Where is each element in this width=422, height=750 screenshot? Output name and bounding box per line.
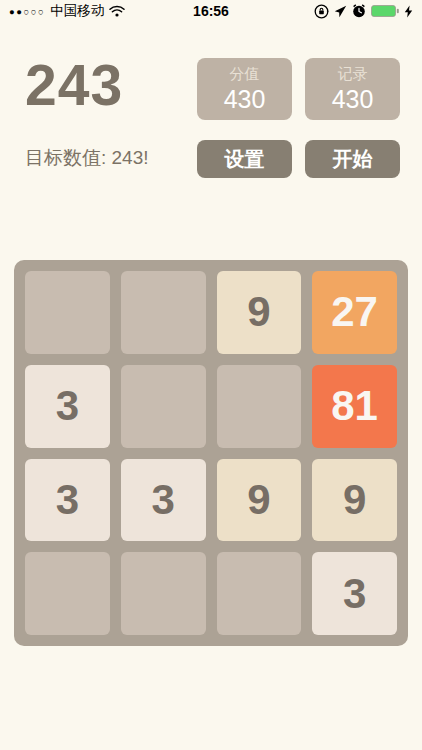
score-box-value: 430: [224, 85, 266, 114]
alarm-clock-icon: [352, 4, 366, 18]
tile-3-r2c1: 3: [25, 365, 110, 448]
best-score-box-label: 记录: [338, 65, 368, 84]
cell-empty-r1c1: [25, 271, 110, 354]
start-button[interactable]: 开始: [305, 140, 400, 178]
best-score-box: 记录 430: [305, 58, 400, 120]
tile-3-r3c2: 3: [121, 459, 206, 542]
charging-bolt-icon: [404, 5, 413, 18]
cell-empty-r4c3: [217, 552, 302, 635]
tile-3-r3c1: 3: [25, 459, 110, 542]
cell-empty-r4c1: [25, 552, 110, 635]
rotation-lock-icon: [314, 4, 329, 19]
tile-9-r3c3: 9: [217, 459, 302, 542]
status-bar: ●●○○○ 中国移动 16:56: [0, 0, 422, 22]
battery-icon: [371, 5, 399, 17]
target-value-label: 目标数值: 243!: [25, 145, 149, 178]
best-score-box-value: 430: [332, 85, 374, 114]
signal-strength-dots: ●●○○○: [9, 6, 45, 17]
score-box: 分值 430: [197, 58, 292, 120]
tile-27-r1c4: 27: [312, 271, 397, 354]
cell-empty-r4c2: [121, 552, 206, 635]
game-header: 243 目标数值: 243! 分值 430 记录 430 设置 开始: [0, 22, 422, 178]
tile-9-r1c3: 9: [217, 271, 302, 354]
wifi-icon: [109, 5, 125, 17]
carrier-label: 中国移动: [50, 2, 104, 20]
cell-empty-r1c2: [121, 271, 206, 354]
cell-empty-r2c2: [121, 365, 206, 448]
tile-81-r2c4: 81: [312, 365, 397, 448]
board[interactable]: 92738133993: [14, 260, 408, 646]
location-arrow-icon: [334, 5, 347, 18]
tile-3-r4c4: 3: [312, 552, 397, 635]
clock-time: 16:56: [193, 3, 229, 19]
cell-empty-r2c3: [217, 365, 302, 448]
score-box-label: 分值: [230, 65, 260, 84]
game-title: 243: [25, 58, 149, 112]
settings-button[interactable]: 设置: [197, 140, 292, 178]
tile-9-r3c4: 9: [312, 459, 397, 542]
